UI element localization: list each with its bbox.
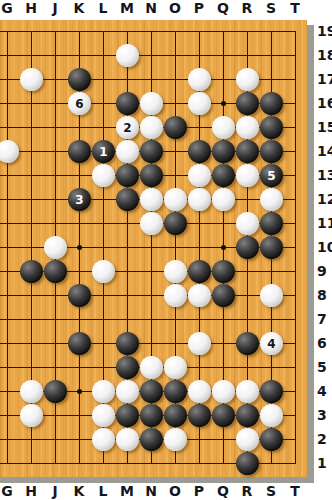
row-label-4: 4 [317, 383, 327, 399]
row-label-11: 11 [317, 215, 332, 231]
stone-white-S3 [260, 404, 283, 427]
row-label-3: 3 [317, 407, 327, 423]
stone-black-M13 [116, 164, 139, 187]
row-label-5: 5 [317, 359, 327, 375]
column-label-bottom-T: T [290, 483, 300, 499]
stone-white-O8 [164, 284, 187, 307]
column-label-top-R: R [242, 0, 253, 16]
stone-black-L14: 1 [92, 140, 115, 163]
stone-black-M16 [116, 92, 139, 115]
column-label-top-S: S [266, 0, 276, 16]
row-label-15: 15 [317, 119, 332, 135]
stone-black-N14 [140, 140, 163, 163]
stone-black-S11 [260, 212, 283, 235]
stone-white-P8 [188, 284, 211, 307]
column-label-bottom-J: J [52, 483, 57, 499]
stone-white-L9 [92, 260, 115, 283]
stone-black-Q3 [212, 404, 235, 427]
grid-line-horizontal-18 [0, 55, 296, 56]
stone-black-H9 [20, 260, 43, 283]
stone-black-N13 [140, 164, 163, 187]
stone-black-S10 [260, 236, 283, 259]
star-point-K10 [77, 245, 82, 250]
stone-black-Q9 [212, 260, 235, 283]
row-label-18: 18 [317, 47, 332, 63]
row-label-8: 8 [317, 287, 327, 303]
stone-black-S4 [260, 380, 283, 403]
stone-black-K14 [68, 140, 91, 163]
column-label-top-G: G [1, 0, 13, 16]
star-point-K4 [77, 389, 82, 394]
stone-black-Q14 [212, 140, 235, 163]
column-label-bottom-S: S [266, 483, 276, 499]
board-shadow-right [307, 25, 314, 483]
column-label-bottom-P: P [194, 483, 204, 499]
column-label-bottom-L: L [99, 483, 108, 499]
stone-white-O5 [164, 356, 187, 379]
stone-white-R13 [236, 164, 259, 187]
grid-line-horizontal-7 [0, 319, 296, 320]
stone-white-Q4 [212, 380, 235, 403]
column-label-bottom-M: M [120, 483, 134, 499]
column-label-top-H: H [25, 0, 37, 16]
stone-black-O4 [164, 380, 187, 403]
column-label-bottom-K: K [74, 483, 85, 499]
column-label-top-T: T [290, 0, 300, 16]
stone-white-L3 [92, 404, 115, 427]
stone-white-M15: 2 [116, 116, 139, 139]
row-label-16: 16 [317, 95, 332, 111]
row-label-13: 13 [317, 167, 332, 183]
stone-white-P6 [188, 332, 211, 355]
stone-white-P17 [188, 68, 211, 91]
stone-white-R15 [236, 116, 259, 139]
stone-black-R1 [236, 452, 259, 475]
stone-white-N15 [140, 116, 163, 139]
row-label-19: 19 [317, 23, 332, 39]
stone-white-R17 [236, 68, 259, 91]
stone-black-N2 [140, 428, 163, 451]
row-label-6: 6 [317, 335, 327, 351]
column-label-top-P: P [194, 0, 204, 16]
stone-white-O9 [164, 260, 187, 283]
stone-black-S2 [260, 428, 283, 451]
stone-white-O2 [164, 428, 187, 451]
stone-white-P16 [188, 92, 211, 115]
column-label-bottom-Q: Q [217, 483, 229, 499]
stone-white-S6: 4 [260, 332, 283, 355]
stone-black-R14 [236, 140, 259, 163]
column-label-bottom-R: R [242, 483, 253, 499]
row-label-7: 7 [317, 311, 327, 327]
column-label-top-M: M [120, 0, 134, 16]
stone-white-L13 [92, 164, 115, 187]
stone-black-S16 [260, 92, 283, 115]
stone-white-Q15 [212, 116, 235, 139]
stone-black-S14 [260, 140, 283, 163]
stone-black-K6 [68, 332, 91, 355]
stone-white-N11 [140, 212, 163, 235]
stone-white-N16 [140, 92, 163, 115]
stone-black-R6 [236, 332, 259, 355]
stone-black-O15 [164, 116, 187, 139]
stone-black-O11 [164, 212, 187, 235]
stone-black-K8 [68, 284, 91, 307]
stone-white-M14 [116, 140, 139, 163]
stone-black-R3 [236, 404, 259, 427]
stone-white-R4 [236, 380, 259, 403]
stone-black-M5 [116, 356, 139, 379]
stone-white-O12 [164, 188, 187, 211]
column-label-top-L: L [99, 0, 108, 16]
row-label-10: 10 [317, 239, 332, 255]
stone-black-S13: 5 [260, 164, 283, 187]
stone-white-M2 [116, 428, 139, 451]
grid-line-horizontal-19 [0, 31, 296, 32]
stone-black-Q8 [212, 284, 235, 307]
stone-black-O3 [164, 404, 187, 427]
star-point-Q10 [221, 245, 226, 250]
stone-white-H3 [20, 404, 43, 427]
stone-black-K12: 3 [68, 188, 91, 211]
stone-white-R11 [236, 212, 259, 235]
go-diagram-window: 621534GGHHJJKKLLMMNNOOPPQQRRSSTT19181716… [0, 0, 332, 500]
stone-white-L2 [92, 428, 115, 451]
stone-black-P14 [188, 140, 211, 163]
stone-white-N5 [140, 356, 163, 379]
stone-white-S8 [260, 284, 283, 307]
stone-white-S12 [260, 188, 283, 211]
stone-white-K16: 6 [68, 92, 91, 115]
row-label-2: 2 [317, 431, 327, 447]
row-label-9: 9 [317, 263, 327, 279]
column-label-bottom-O: O [169, 483, 181, 499]
stone-white-H4 [20, 380, 43, 403]
stone-white-L4 [92, 380, 115, 403]
column-label-bottom-N: N [145, 483, 157, 499]
stone-white-H17 [20, 68, 43, 91]
column-label-top-N: N [145, 0, 157, 16]
row-label-14: 14 [317, 143, 332, 159]
column-label-top-Q: Q [217, 0, 229, 16]
row-label-17: 17 [317, 71, 332, 87]
stone-black-P3 [188, 404, 211, 427]
stone-black-R10 [236, 236, 259, 259]
stone-white-J10 [44, 236, 67, 259]
stone-black-S15 [260, 116, 283, 139]
stone-black-N4 [140, 380, 163, 403]
star-point-Q16 [221, 101, 226, 106]
stone-black-M6 [116, 332, 139, 355]
stone-white-R2 [236, 428, 259, 451]
stone-white-M18 [116, 44, 139, 67]
stone-white-Q12 [212, 188, 235, 211]
stone-black-J9 [44, 260, 67, 283]
stone-black-Q13 [212, 164, 235, 187]
row-label-12: 12 [317, 191, 332, 207]
column-label-bottom-H: H [25, 483, 37, 499]
row-label-1: 1 [317, 455, 327, 471]
stone-white-M4 [116, 380, 139, 403]
stone-black-M12 [116, 188, 139, 211]
stone-white-N12 [140, 188, 163, 211]
stone-white-P12 [188, 188, 211, 211]
column-label-top-O: O [169, 0, 181, 16]
stone-black-M3 [116, 404, 139, 427]
stone-black-K17 [68, 68, 91, 91]
column-label-top-J: J [52, 0, 57, 16]
stone-black-R16 [236, 92, 259, 115]
stone-black-N3 [140, 404, 163, 427]
stone-black-J4 [44, 380, 67, 403]
stone-black-P9 [188, 260, 211, 283]
stone-white-P4 [188, 380, 211, 403]
column-label-top-K: K [74, 0, 85, 16]
column-label-bottom-G: G [1, 483, 13, 499]
grid-line-horizontal-8 [0, 295, 296, 296]
stone-white-P13 [188, 164, 211, 187]
